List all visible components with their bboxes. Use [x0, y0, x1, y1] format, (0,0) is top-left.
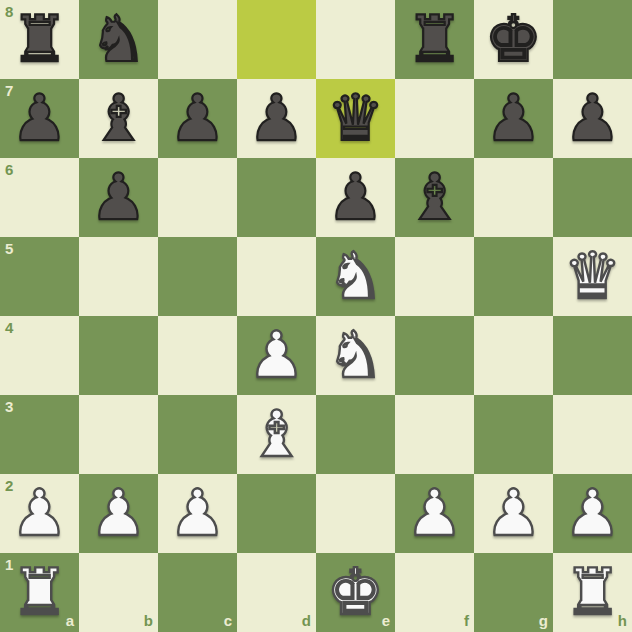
piece-black-pawn[interactable]: ♟: [169, 79, 226, 158]
square-g7[interactable]: ♟: [474, 79, 553, 158]
square-c5[interactable]: [158, 237, 237, 316]
square-h6[interactable]: [553, 158, 632, 237]
square-g1[interactable]: g: [474, 553, 553, 632]
square-b8[interactable]: ♞: [79, 0, 158, 79]
piece-white-pawn[interactable]: ♟: [485, 474, 542, 553]
piece-black-rook[interactable]: ♜: [11, 0, 68, 79]
file-label-b: b: [144, 613, 153, 628]
square-e6[interactable]: ♟: [316, 158, 395, 237]
square-a4[interactable]: 4: [0, 316, 79, 395]
rank-label-7: 7: [5, 83, 13, 98]
square-g8[interactable]: ♚: [474, 0, 553, 79]
square-c2[interactable]: ♟: [158, 474, 237, 553]
piece-white-knight[interactable]: ♞: [327, 316, 384, 395]
piece-white-king[interactable]: ♚: [327, 553, 384, 632]
square-h3[interactable]: [553, 395, 632, 474]
square-d4[interactable]: ♟: [237, 316, 316, 395]
square-f4[interactable]: [395, 316, 474, 395]
square-e5[interactable]: ♞: [316, 237, 395, 316]
piece-white-pawn[interactable]: ♟: [169, 474, 226, 553]
piece-white-rook[interactable]: ♜: [11, 553, 68, 632]
square-h2[interactable]: ♟: [553, 474, 632, 553]
piece-white-pawn[interactable]: ♟: [248, 316, 305, 395]
square-c6[interactable]: [158, 158, 237, 237]
square-f8[interactable]: ♜: [395, 0, 474, 79]
rank-label-6: 6: [5, 162, 13, 177]
square-h8[interactable]: [553, 0, 632, 79]
square-g2[interactable]: ♟: [474, 474, 553, 553]
square-e3[interactable]: [316, 395, 395, 474]
piece-black-king[interactable]: ♚: [485, 0, 542, 79]
file-label-e: e: [382, 613, 390, 628]
rank-label-4: 4: [5, 320, 13, 335]
square-d6[interactable]: [237, 158, 316, 237]
square-e4[interactable]: ♞: [316, 316, 395, 395]
square-b2[interactable]: ♟: [79, 474, 158, 553]
square-f7[interactable]: [395, 79, 474, 158]
file-label-h: h: [618, 613, 627, 628]
piece-white-pawn[interactable]: ♟: [564, 474, 621, 553]
square-b6[interactable]: ♟: [79, 158, 158, 237]
square-h7[interactable]: ♟: [553, 79, 632, 158]
square-b1[interactable]: b: [79, 553, 158, 632]
square-f1[interactable]: f: [395, 553, 474, 632]
piece-black-pawn[interactable]: ♟: [11, 79, 68, 158]
square-b3[interactable]: [79, 395, 158, 474]
piece-white-queen[interactable]: ♛: [564, 237, 621, 316]
file-label-d: d: [302, 613, 311, 628]
square-a7[interactable]: 7♟: [0, 79, 79, 158]
square-f6[interactable]: ♝: [395, 158, 474, 237]
chess-board: 8♜♞♜♚7♟♝♟♟♛♟♟6♟♟♝5♞♛4♟♞3♝2♟♟♟♟♟♟1a♜bcde♚…: [0, 0, 632, 632]
piece-black-pawn[interactable]: ♟: [485, 79, 542, 158]
piece-black-pawn[interactable]: ♟: [327, 158, 384, 237]
square-b4[interactable]: [79, 316, 158, 395]
square-a3[interactable]: 3: [0, 395, 79, 474]
square-d2[interactable]: [237, 474, 316, 553]
square-e7[interactable]: ♛: [316, 79, 395, 158]
square-h4[interactable]: [553, 316, 632, 395]
square-d7[interactable]: ♟: [237, 79, 316, 158]
piece-black-queen[interactable]: ♛: [327, 79, 384, 158]
square-g4[interactable]: [474, 316, 553, 395]
square-f5[interactable]: [395, 237, 474, 316]
square-e1[interactable]: e♚: [316, 553, 395, 632]
piece-white-rook[interactable]: ♜: [564, 553, 621, 632]
piece-white-pawn[interactable]: ♟: [90, 474, 147, 553]
chess-board-container: 8♜♞♜♚7♟♝♟♟♛♟♟6♟♟♝5♞♛4♟♞3♝2♟♟♟♟♟♟1a♜bcde♚…: [0, 0, 632, 632]
piece-black-pawn[interactable]: ♟: [564, 79, 621, 158]
rank-label-2: 2: [5, 478, 13, 493]
piece-black-pawn[interactable]: ♟: [90, 158, 147, 237]
file-label-a: a: [66, 613, 74, 628]
piece-black-pawn[interactable]: ♟: [248, 79, 305, 158]
square-g5[interactable]: [474, 237, 553, 316]
square-h5[interactable]: ♛: [553, 237, 632, 316]
file-label-c: c: [224, 613, 232, 628]
piece-white-knight[interactable]: ♞: [327, 237, 384, 316]
file-label-f: f: [464, 613, 469, 628]
square-c8[interactable]: [158, 0, 237, 79]
square-d5[interactable]: [237, 237, 316, 316]
piece-white-bishop[interactable]: ♝: [248, 395, 305, 474]
piece-black-rook[interactable]: ♜: [406, 0, 463, 79]
square-e8[interactable]: [316, 0, 395, 79]
square-g3[interactable]: [474, 395, 553, 474]
square-d1[interactable]: d: [237, 553, 316, 632]
piece-white-pawn[interactable]: ♟: [406, 474, 463, 553]
square-f3[interactable]: [395, 395, 474, 474]
square-c1[interactable]: c: [158, 553, 237, 632]
piece-white-pawn[interactable]: ♟: [11, 474, 68, 553]
square-b7[interactable]: ♝: [79, 79, 158, 158]
square-a5[interactable]: 5: [0, 237, 79, 316]
piece-black-bishop[interactable]: ♝: [406, 158, 463, 237]
square-a8[interactable]: 8♜: [0, 0, 79, 79]
rank-label-3: 3: [5, 399, 13, 414]
square-g6[interactable]: [474, 158, 553, 237]
rank-label-8: 8: [5, 4, 13, 19]
file-label-g: g: [539, 613, 548, 628]
square-c4[interactable]: [158, 316, 237, 395]
square-e2[interactable]: [316, 474, 395, 553]
square-d3[interactable]: ♝: [237, 395, 316, 474]
square-f2[interactable]: ♟: [395, 474, 474, 553]
piece-black-knight[interactable]: ♞: [90, 0, 147, 79]
rank-label-1: 1: [5, 557, 13, 572]
square-a6[interactable]: 6: [0, 158, 79, 237]
square-b5[interactable]: [79, 237, 158, 316]
square-h1[interactable]: h♜: [553, 553, 632, 632]
square-c3[interactable]: [158, 395, 237, 474]
square-a2[interactable]: 2♟: [0, 474, 79, 553]
rank-label-5: 5: [5, 241, 13, 256]
square-a1[interactable]: 1a♜: [0, 553, 79, 632]
piece-black-bishop[interactable]: ♝: [90, 79, 147, 158]
square-c7[interactable]: ♟: [158, 79, 237, 158]
square-d8[interactable]: [237, 0, 316, 79]
